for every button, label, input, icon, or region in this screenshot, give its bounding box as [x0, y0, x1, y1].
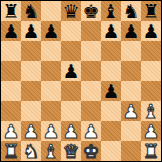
white-king[interactable]: ♚: [82, 141, 99, 161]
square-a2[interactable]: ♟: [1, 121, 21, 141]
square-a6[interactable]: [1, 41, 21, 61]
square-a3[interactable]: [1, 101, 21, 121]
white-knight[interactable]: ♞: [22, 141, 39, 161]
black-pawn[interactable]: ♟: [42, 21, 59, 41]
square-f3[interactable]: [101, 101, 121, 121]
square-e3[interactable]: [81, 101, 101, 121]
square-b1[interactable]: ♞: [21, 141, 41, 161]
square-c8[interactable]: [41, 1, 61, 21]
square-g2[interactable]: [121, 121, 141, 141]
square-a1[interactable]: ♜: [1, 141, 21, 161]
square-h5[interactable]: [141, 61, 161, 81]
square-h2[interactable]: ♟: [141, 121, 161, 141]
square-d2[interactable]: ♟: [61, 121, 81, 141]
square-f6[interactable]: [101, 41, 121, 61]
square-e8[interactable]: ♚: [81, 1, 101, 21]
square-d4[interactable]: [61, 81, 81, 101]
square-e4[interactable]: [81, 81, 101, 101]
square-e5[interactable]: [81, 61, 101, 81]
chess-board-frame: ♜♞♛♚♝♞♜♟♟♟♟♟♟♟♟♟♝♟♟♟♟♟♟♜♞♝♛♚♜: [0, 0, 162, 162]
square-h1[interactable]: ♜: [141, 141, 161, 161]
white-bishop[interactable]: ♝: [42, 141, 59, 161]
black-pawn[interactable]: ♟: [2, 21, 19, 41]
square-b7[interactable]: ♟: [21, 21, 41, 41]
square-d3[interactable]: [61, 101, 81, 121]
square-d6[interactable]: [61, 41, 81, 61]
square-h7[interactable]: ♟: [141, 21, 161, 41]
square-g5[interactable]: [121, 61, 141, 81]
square-f5[interactable]: [101, 61, 121, 81]
square-c4[interactable]: [41, 81, 61, 101]
white-pawn[interactable]: ♟: [22, 121, 39, 141]
square-g1[interactable]: [121, 141, 141, 161]
square-g6[interactable]: [121, 41, 141, 61]
square-c1[interactable]: ♝: [41, 141, 61, 161]
square-d1[interactable]: ♛: [61, 141, 81, 161]
square-b3[interactable]: [21, 101, 41, 121]
square-f1[interactable]: [101, 141, 121, 161]
square-g7[interactable]: ♟: [121, 21, 141, 41]
white-pawn[interactable]: ♟: [122, 101, 139, 121]
square-e6[interactable]: [81, 41, 101, 61]
black-pawn[interactable]: ♟: [102, 81, 119, 101]
square-a8[interactable]: ♜: [1, 1, 21, 21]
white-pawn[interactable]: ♟: [62, 121, 79, 141]
black-rook[interactable]: ♜: [2, 1, 19, 21]
square-h4[interactable]: [141, 81, 161, 101]
black-knight[interactable]: ♞: [122, 1, 139, 21]
square-c2[interactable]: ♟: [41, 121, 61, 141]
white-rook[interactable]: ♜: [142, 141, 159, 161]
square-e2[interactable]: ♟: [81, 121, 101, 141]
black-pawn[interactable]: ♟: [62, 61, 79, 81]
square-c3[interactable]: [41, 101, 61, 121]
square-d8[interactable]: ♛: [61, 1, 81, 21]
square-f4[interactable]: ♟: [101, 81, 121, 101]
square-c5[interactable]: [41, 61, 61, 81]
black-pawn[interactable]: ♟: [122, 21, 139, 41]
square-c6[interactable]: [41, 41, 61, 61]
square-e1[interactable]: ♚: [81, 141, 101, 161]
square-f2[interactable]: [101, 121, 121, 141]
square-a5[interactable]: [1, 61, 21, 81]
square-b5[interactable]: [21, 61, 41, 81]
square-b8[interactable]: ♞: [21, 1, 41, 21]
black-knight[interactable]: ♞: [22, 1, 39, 21]
square-c7[interactable]: ♟: [41, 21, 61, 41]
black-pawn[interactable]: ♟: [102, 21, 119, 41]
square-a4[interactable]: [1, 81, 21, 101]
square-a7[interactable]: ♟: [1, 21, 21, 41]
square-f8[interactable]: ♝: [101, 1, 121, 21]
white-pawn[interactable]: ♟: [2, 121, 19, 141]
black-queen[interactable]: ♛: [62, 1, 79, 21]
white-pawn[interactable]: ♟: [142, 121, 159, 141]
white-pawn[interactable]: ♟: [42, 121, 59, 141]
square-d5[interactable]: ♟: [61, 61, 81, 81]
black-pawn[interactable]: ♟: [22, 21, 39, 41]
white-pawn[interactable]: ♟: [82, 121, 99, 141]
square-g8[interactable]: ♞: [121, 1, 141, 21]
black-bishop[interactable]: ♝: [102, 1, 119, 21]
black-pawn[interactable]: ♟: [142, 21, 159, 41]
square-h3[interactable]: ♝: [141, 101, 161, 121]
square-h8[interactable]: ♜: [141, 1, 161, 21]
white-queen[interactable]: ♛: [62, 141, 79, 161]
chess-board: ♜♞♛♚♝♞♜♟♟♟♟♟♟♟♟♟♝♟♟♟♟♟♟♜♞♝♛♚♜: [1, 1, 161, 161]
square-h6[interactable]: [141, 41, 161, 61]
square-b6[interactable]: [21, 41, 41, 61]
square-g4[interactable]: [121, 81, 141, 101]
black-king[interactable]: ♚: [82, 1, 99, 21]
black-rook[interactable]: ♜: [142, 1, 159, 21]
square-e7[interactable]: [81, 21, 101, 41]
square-g3[interactable]: ♟: [121, 101, 141, 121]
white-bishop[interactable]: ♝: [142, 101, 159, 121]
square-f7[interactable]: ♟: [101, 21, 121, 41]
square-b4[interactable]: [21, 81, 41, 101]
white-rook[interactable]: ♜: [2, 141, 19, 161]
square-b2[interactable]: ♟: [21, 121, 41, 141]
square-d7[interactable]: [61, 21, 81, 41]
